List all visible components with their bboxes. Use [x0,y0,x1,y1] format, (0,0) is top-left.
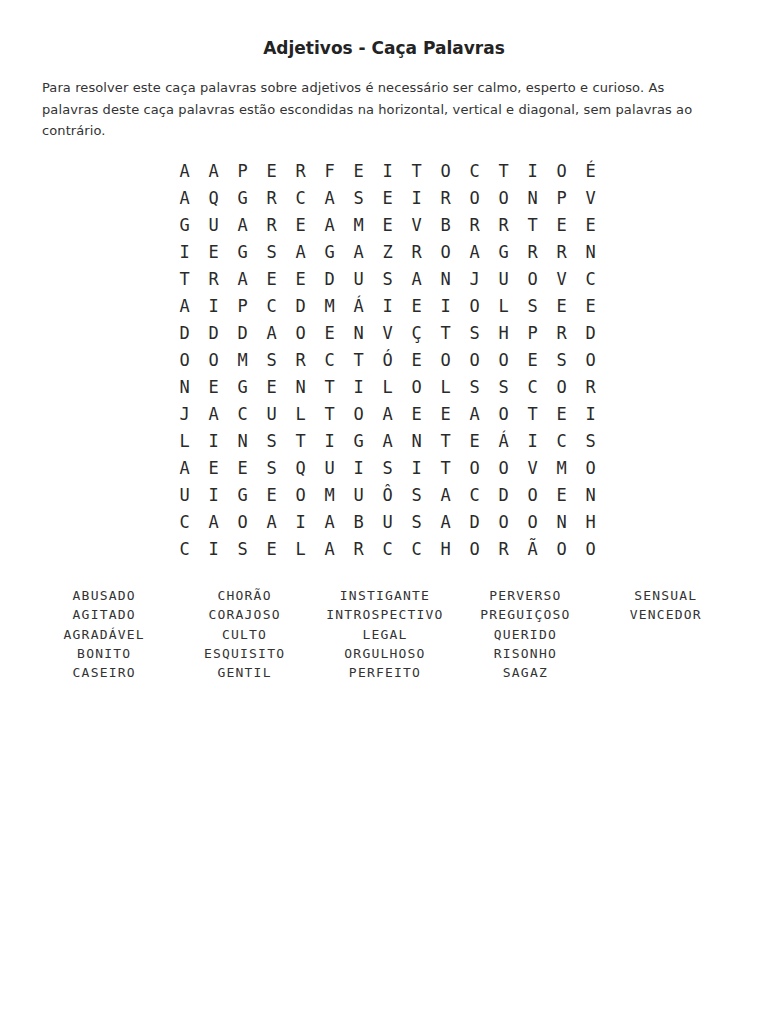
grid-cell-r8c15: O [576,346,605,373]
grid-cell-r5c2: R [199,265,228,292]
grid-cell-r1c1: A [170,157,199,184]
grid-cell-r2c11: O [460,184,489,211]
grid-cell-r4c14: R [547,238,576,265]
grid-cell-r14c15: H [576,508,605,535]
grid-cell-r15c6: A [315,535,344,562]
grid-cell-r9c1: N [170,373,199,400]
grid-cell-r8c6: C [315,346,344,373]
grid-cell-r13c8: Ô [373,481,402,508]
grid-cell-r5c6: D [315,265,344,292]
word-list-item: ESQUISITO [174,644,314,663]
grid-cell-r9c12: S [489,373,518,400]
grid-cell-r9c7: I [344,373,373,400]
grid-cell-r7c5: O [286,319,315,346]
grid-cell-r12c15: O [576,454,605,481]
word-list-item: ORGULHOSO [315,644,455,663]
grid-cell-r6c7: Á [344,292,373,319]
grid-cell-r13c14: E [547,481,576,508]
grid-cell-r8c4: S [257,346,286,373]
grid-cell-r2c12: O [489,184,518,211]
grid-cell-r13c7: U [344,481,373,508]
grid-cell-r5c1: T [170,265,199,292]
grid-cell-r7c12: H [489,319,518,346]
word-list-item: SENSUAL [596,586,736,605]
grid-cell-r8c2: O [199,346,228,373]
grid-cell-r1c2: A [199,157,228,184]
grid-cell-r12c1: A [170,454,199,481]
grid-cell-r5c9: A [402,265,431,292]
grid-cell-r13c10: A [431,481,460,508]
word-search-grid: AAPERFEITOCTIOÉAQGRCASEIROONPVGUAREAMEVB… [170,157,605,562]
grid-cell-r6c1: A [170,292,199,319]
word-column-5: SENSUALVENCEDOR [596,586,736,625]
grid-cell-r6c9: E [402,292,431,319]
grid-cell-r15c2: I [199,535,228,562]
grid-cell-r12c5: Q [286,454,315,481]
grid-cell-r8c8: Ó [373,346,402,373]
word-list-item: VENCEDOR [596,605,736,624]
grid-cell-r2c13: N [518,184,547,211]
grid-cell-r15c10: H [431,535,460,562]
grid-cell-r15c1: C [170,535,199,562]
word-list-item: BONITO [34,644,174,663]
grid-cell-r11c13: I [518,427,547,454]
grid-cell-r5c7: U [344,265,373,292]
grid-cell-r3c1: G [170,211,199,238]
grid-cell-r9c2: E [199,373,228,400]
grid-cell-r2c5: C [286,184,315,211]
grid-cell-r7c3: D [228,319,257,346]
grid-cell-r1c9: T [402,157,431,184]
grid-cell-r14c9: S [402,508,431,535]
grid-cell-r10c10: E [431,400,460,427]
grid-cell-r7c11: S [460,319,489,346]
grid-cell-r15c13: Ã [518,535,547,562]
grid-cell-r7c14: R [547,319,576,346]
grid-cell-r1c5: R [286,157,315,184]
grid-cell-r3c15: E [576,211,605,238]
grid-cell-r4c11: A [460,238,489,265]
grid-cell-r10c15: I [576,400,605,427]
word-list-item: GENTIL [174,663,314,682]
grid-cell-r9c10: L [431,373,460,400]
grid-cell-r12c8: S [373,454,402,481]
grid-cell-r14c8: U [373,508,402,535]
word-list-item: PERVERSO [455,586,595,605]
grid-cell-r3c13: T [518,211,547,238]
page-title: Adjetivos - Caça Palavras [0,38,768,58]
word-list-item: LEGAL [315,625,455,644]
grid-cell-r13c5: O [286,481,315,508]
grid-cell-r10c2: A [199,400,228,427]
grid-cell-r3c12: R [489,211,518,238]
grid-cell-r12c13: V [518,454,547,481]
grid-cell-r10c11: A [460,400,489,427]
grid-cell-r8c1: O [170,346,199,373]
grid-cell-r4c7: A [344,238,373,265]
grid-cell-r2c8: E [373,184,402,211]
grid-cell-r15c5: L [286,535,315,562]
grid-cell-r13c11: C [460,481,489,508]
word-list-item: CORAJOSO [174,605,314,624]
word-list-item: INTROSPECTIVO [315,605,455,624]
grid-cell-r12c12: O [489,454,518,481]
grid-cell-r8c7: T [344,346,373,373]
grid-cell-r15c3: S [228,535,257,562]
grid-cell-r9c9: O [402,373,431,400]
grid-cell-r7c2: D [199,319,228,346]
grid-cell-r3c11: R [460,211,489,238]
grid-cell-r8c11: O [460,346,489,373]
grid-cell-r15c12: R [489,535,518,562]
grid-cell-r10c1: J [170,400,199,427]
grid-cell-r14c12: O [489,508,518,535]
grid-cell-r9c15: R [576,373,605,400]
grid-cell-r7c4: A [257,319,286,346]
worksheet-page: Adjetivos - Caça Palavras Para resolver … [0,0,768,1024]
word-list-item: PERFEITO [315,663,455,682]
grid-cell-r14c5: I [286,508,315,535]
grid-cell-r11c3: N [228,427,257,454]
grid-cell-r14c4: A [257,508,286,535]
grid-cell-r13c13: O [518,481,547,508]
grid-cell-r9c3: G [228,373,257,400]
grid-cell-r1c12: T [489,157,518,184]
grid-cell-r10c8: A [373,400,402,427]
grid-cell-r10c5: L [286,400,315,427]
word-column-2: CHORÃOCORAJOSOCULTOESQUISITOGENTIL [174,586,314,682]
grid-cell-r11c12: Á [489,427,518,454]
grid-cell-r6c4: C [257,292,286,319]
grid-cell-r11c14: C [547,427,576,454]
grid-cell-r13c6: M [315,481,344,508]
grid-cell-r12c2: E [199,454,228,481]
grid-cell-r4c10: O [431,238,460,265]
grid-cell-r3c2: U [199,211,228,238]
grid-cell-r4c4: S [257,238,286,265]
grid-cell-r14c11: D [460,508,489,535]
grid-cell-r1c7: E [344,157,373,184]
grid-cell-r1c10: O [431,157,460,184]
word-list-item: CHORÃO [174,586,314,605]
grid-cell-r10c12: O [489,400,518,427]
grid-cell-r14c2: A [199,508,228,535]
grid-cell-r6c2: I [199,292,228,319]
grid-cell-r2c2: Q [199,184,228,211]
grid-cell-r14c1: C [170,508,199,535]
grid-cell-r13c2: I [199,481,228,508]
grid-cell-r1c4: E [257,157,286,184]
grid-cell-r5c11: J [460,265,489,292]
grid-cell-r12c11: O [460,454,489,481]
grid-cell-r13c9: S [402,481,431,508]
grid-cell-r3c5: E [286,211,315,238]
grid-cell-r2c15: V [576,184,605,211]
grid-cell-r10c14: E [547,400,576,427]
grid-cell-r10c9: E [402,400,431,427]
word-list: ABUSADOAGITADOAGRADÁVELBONITOCASEIROCHOR… [34,586,736,682]
grid-cell-r6c13: S [518,292,547,319]
grid-cell-r6c5: D [286,292,315,319]
grid-cell-r8c9: E [402,346,431,373]
word-list-item: ABUSADO [34,586,174,605]
grid-cell-r6c10: I [431,292,460,319]
grid-cell-r10c13: T [518,400,547,427]
grid-cell-r14c7: B [344,508,373,535]
word-column-1: ABUSADOAGITADOAGRADÁVELBONITOCASEIRO [34,586,174,682]
grid-cell-r2c14: P [547,184,576,211]
grid-cell-r6c14: E [547,292,576,319]
grid-cell-r7c8: V [373,319,402,346]
grid-cell-r2c7: S [344,184,373,211]
grid-cell-r11c6: I [315,427,344,454]
grid-cell-r9c8: L [373,373,402,400]
grid-cell-r2c1: A [170,184,199,211]
grid-cell-r5c15: C [576,265,605,292]
grid-cell-r8c12: O [489,346,518,373]
grid-cell-r12c14: M [547,454,576,481]
grid-cell-r5c14: V [547,265,576,292]
word-list-item: INSTIGANTE [315,586,455,605]
grid-cell-r9c5: N [286,373,315,400]
grid-cell-r11c1: L [170,427,199,454]
grid-cell-r4c15: N [576,238,605,265]
grid-cell-r3c14: E [547,211,576,238]
grid-cell-r4c9: R [402,238,431,265]
grid-cell-r5c13: O [518,265,547,292]
word-list-item: CASEIRO [34,663,174,682]
grid-cell-r11c11: E [460,427,489,454]
grid-cell-r13c1: U [170,481,199,508]
grid-cell-r2c4: R [257,184,286,211]
grid-cell-r1c3: P [228,157,257,184]
grid-cell-r6c6: M [315,292,344,319]
grid-cell-r8c3: M [228,346,257,373]
grid-cell-r15c7: R [344,535,373,562]
grid-cell-r2c9: I [402,184,431,211]
grid-cell-r5c12: U [489,265,518,292]
grid-cell-r10c6: T [315,400,344,427]
grid-cell-r9c4: E [257,373,286,400]
grid-cell-r10c4: U [257,400,286,427]
grid-cell-r14c10: A [431,508,460,535]
grid-cell-r15c9: C [402,535,431,562]
grid-cell-r14c3: O [228,508,257,535]
grid-cell-r10c7: O [344,400,373,427]
grid-cell-r3c8: E [373,211,402,238]
grid-cell-r5c4: E [257,265,286,292]
grid-cell-r10c3: C [228,400,257,427]
grid-cell-r5c5: E [286,265,315,292]
grid-cell-r6c12: L [489,292,518,319]
grid-cell-r1c13: I [518,157,547,184]
grid-cell-r8c5: R [286,346,315,373]
grid-cell-r4c8: Z [373,238,402,265]
grid-cell-r2c3: G [228,184,257,211]
grid-cell-r12c3: E [228,454,257,481]
grid-cell-r15c14: O [547,535,576,562]
grid-cell-r11c15: S [576,427,605,454]
word-column-3: INSTIGANTEINTROSPECTIVOLEGALORGULHOSOPER… [315,586,455,682]
word-list-item: CULTO [174,625,314,644]
grid-cell-r14c14: N [547,508,576,535]
word-list-item: AGRADÁVEL [34,625,174,644]
grid-cell-r12c9: I [402,454,431,481]
grid-cell-r4c12: G [489,238,518,265]
grid-cell-r11c10: T [431,427,460,454]
word-list-item: QUERIDO [455,625,595,644]
grid-cell-r9c6: T [315,373,344,400]
grid-cell-r14c6: A [315,508,344,535]
grid-cell-r11c8: A [373,427,402,454]
grid-cell-r12c4: S [257,454,286,481]
grid-cell-r4c13: R [518,238,547,265]
grid-cell-r15c15: O [576,535,605,562]
grid-cell-r5c3: A [228,265,257,292]
grid-cell-r15c8: C [373,535,402,562]
grid-cell-r8c14: S [547,346,576,373]
grid-cell-r3c10: B [431,211,460,238]
grid-cell-r1c15: É [576,157,605,184]
grid-cell-r12c7: I [344,454,373,481]
grid-cell-r4c3: G [228,238,257,265]
grid-cell-r7c7: N [344,319,373,346]
grid-cell-r15c11: O [460,535,489,562]
grid-cell-r8c10: O [431,346,460,373]
grid-cell-r12c6: U [315,454,344,481]
grid-cell-r7c1: D [170,319,199,346]
grid-cell-r1c14: O [547,157,576,184]
grid-cell-r4c6: G [315,238,344,265]
grid-cell-r1c8: I [373,157,402,184]
grid-cell-r7c10: T [431,319,460,346]
grid-cell-r4c2: E [199,238,228,265]
grid-cell-r9c11: S [460,373,489,400]
grid-cell-r15c4: E [257,535,286,562]
grid-cell-r3c7: M [344,211,373,238]
grid-cell-r4c5: A [286,238,315,265]
grid-cell-r3c4: R [257,211,286,238]
grid-cell-r6c11: O [460,292,489,319]
grid-cell-r11c5: T [286,427,315,454]
grid-cell-r8c13: E [518,346,547,373]
grid-cell-r9c13: C [518,373,547,400]
grid-cell-r13c15: N [576,481,605,508]
word-list-item: SAGAZ [455,663,595,682]
grid-cell-r11c2: I [199,427,228,454]
grid-cell-r7c13: P [518,319,547,346]
grid-cell-r6c15: E [576,292,605,319]
grid-cell-r4c1: I [170,238,199,265]
grid-cell-r7c6: E [315,319,344,346]
grid-cell-r12c10: T [431,454,460,481]
grid-cell-r2c6: A [315,184,344,211]
grid-cell-r11c9: N [402,427,431,454]
grid-cell-r7c15: D [576,319,605,346]
grid-cell-r6c3: P [228,292,257,319]
word-list-item: PREGUIÇOSO [455,605,595,624]
intro-text: Para resolver este caça palavras sobre a… [42,77,710,142]
grid-cell-r3c9: V [402,211,431,238]
grid-cell-r5c8: S [373,265,402,292]
grid-cell-r11c7: G [344,427,373,454]
grid-cell-r13c3: G [228,481,257,508]
grid-cell-r3c6: A [315,211,344,238]
grid-cell-r3c3: A [228,211,257,238]
grid-cell-r13c12: D [489,481,518,508]
grid-cell-r2c10: R [431,184,460,211]
word-list-item: AGITADO [34,605,174,624]
grid-cell-r5c10: N [431,265,460,292]
word-list-item: RISONHO [455,644,595,663]
grid-cell-r6c8: I [373,292,402,319]
grid-cell-r7c9: Ç [402,319,431,346]
grid-cell-r1c6: F [315,157,344,184]
grid-cell-r9c14: O [547,373,576,400]
word-column-4: PERVERSOPREGUIÇOSOQUERIDORISONHOSAGAZ [455,586,595,682]
grid-cell-r13c4: E [257,481,286,508]
grid-cell-r1c11: C [460,157,489,184]
grid-cell-r14c13: O [518,508,547,535]
grid-cell-r11c4: S [257,427,286,454]
